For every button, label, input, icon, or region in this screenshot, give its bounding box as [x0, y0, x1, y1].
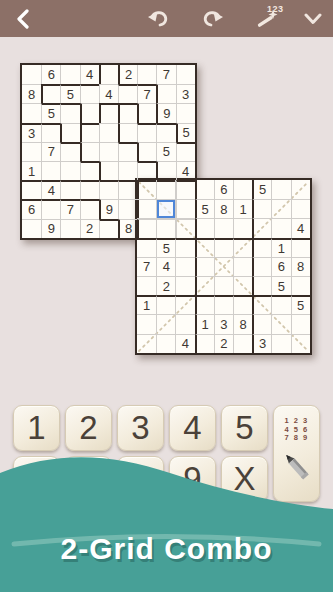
- undo-button[interactable]: [143, 0, 175, 37]
- g1cell-r2c6[interactable]: [118, 84, 137, 103]
- g2cell-r9c2[interactable]: [156, 334, 175, 353]
- g1cell-r2c5[interactable]: 4: [99, 84, 118, 103]
- g2cell-r2c7[interactable]: [252, 199, 271, 218]
- g2cell-r9c7[interactable]: 3: [252, 334, 271, 353]
- g1cell-r6c5[interactable]: [99, 161, 118, 180]
- g2cell-r8c6[interactable]: 8: [233, 314, 252, 333]
- g1cell-r1c5[interactable]: [99, 65, 118, 84]
- g1cell-r1c2[interactable]: 6: [41, 65, 60, 84]
- g2cell-r6c9[interactable]: [291, 276, 310, 295]
- g2cell-r2c6[interactable]: 1: [233, 199, 252, 218]
- g1cell-r2c3[interactable]: 5: [60, 84, 79, 103]
- g2cell-r7c6[interactable]: [233, 295, 252, 314]
- g2cell-r5c2[interactable]: 4: [156, 257, 175, 276]
- g1cell-r6c4[interactable]: [80, 161, 99, 180]
- g2cell-r8c5[interactable]: 3: [214, 314, 233, 333]
- g1cell-r2c8[interactable]: [156, 84, 175, 103]
- g1cell-r4c3[interactable]: [60, 123, 79, 142]
- g1cell-r1c1[interactable]: [22, 65, 41, 84]
- g1cell-r8c6[interactable]: [118, 199, 137, 218]
- g1cell-r3c7[interactable]: [137, 103, 156, 122]
- g1cell-r4c2[interactable]: [41, 123, 60, 142]
- g2cell-r8c9[interactable]: [291, 314, 310, 333]
- g1cell-r6c9[interactable]: 4: [176, 161, 195, 180]
- g2cell-r1c9[interactable]: [291, 180, 310, 199]
- g2cell-r3c7[interactable]: [252, 218, 271, 237]
- g2cell-r6c7[interactable]: [252, 276, 271, 295]
- g2cell-r4c9[interactable]: [291, 238, 310, 257]
- g1cell-r5c5[interactable]: [99, 142, 118, 161]
- g2cell-r9c1[interactable]: [137, 334, 156, 353]
- g1cell-r1c7[interactable]: [137, 65, 156, 84]
- g1cell-r5c8[interactable]: 5: [156, 142, 175, 161]
- g1cell-r7c6[interactable]: [118, 180, 137, 199]
- g1cell-r9c3[interactable]: [60, 219, 79, 238]
- g1cell-r6c7[interactable]: [137, 161, 156, 180]
- g1cell-r5c3[interactable]: [60, 142, 79, 161]
- g2cell-r1c6[interactable]: [233, 180, 252, 199]
- g2cell-r5c7[interactable]: [252, 257, 271, 276]
- g2cell-r3c2[interactable]: [156, 218, 175, 237]
- g2cell-r7c2[interactable]: [156, 295, 175, 314]
- g1cell-r7c3[interactable]: [60, 180, 79, 199]
- g1cell-r7c1[interactable]: [22, 180, 41, 199]
- g2cell-r6c4[interactable]: [195, 276, 214, 295]
- g1cell-r5c2[interactable]: 7: [41, 142, 60, 161]
- undo-icon: [147, 9, 171, 29]
- g2cell-r2c1[interactable]: [137, 199, 156, 218]
- g1cell-r9c1[interactable]: [22, 219, 41, 238]
- g2cell-r2c8[interactable]: [271, 199, 290, 218]
- g1cell-r6c6[interactable]: [118, 161, 137, 180]
- g1cell-r1c9[interactable]: [176, 65, 195, 84]
- g2cell-r4c3[interactable]: [175, 238, 194, 257]
- collapse-button[interactable]: [298, 0, 328, 37]
- g2cell-r7c3[interactable]: [175, 295, 194, 314]
- g2cell-r7c9[interactable]: 5: [291, 295, 310, 314]
- g2cell-r1c4[interactable]: [195, 180, 214, 199]
- g1cell-r2c1[interactable]: 8: [22, 84, 41, 103]
- g2cell-r1c8[interactable]: [271, 180, 290, 199]
- g1cell-r5c7[interactable]: [137, 142, 156, 161]
- g1cell-r6c8[interactable]: [156, 161, 175, 180]
- g2cell-r1c1[interactable]: [137, 180, 156, 199]
- g1cell-r5c9[interactable]: [176, 142, 195, 161]
- digit-key-5[interactable]: 5: [221, 405, 268, 451]
- g1cell-r6c1[interactable]: 1: [22, 161, 41, 180]
- g2cell-r3c8[interactable]: [271, 218, 290, 237]
- x-sudoku-grid: 6558145174682515138423: [135, 178, 312, 355]
- g1cell-r1c6[interactable]: 2: [118, 65, 137, 84]
- g2cell-r3c6[interactable]: [233, 218, 252, 237]
- g1cell-r8c2[interactable]: [41, 199, 60, 218]
- g2cell-r7c7[interactable]: [252, 295, 271, 314]
- g1cell-r4c4[interactable]: [80, 123, 99, 142]
- g2cell-r3c9[interactable]: 4: [291, 218, 310, 237]
- g1cell-r9c5[interactable]: [99, 219, 118, 238]
- g1cell-r4c7[interactable]: [137, 123, 156, 142]
- g1cell-r9c6[interactable]: 8: [118, 219, 137, 238]
- digit-key-4[interactable]: 4: [169, 405, 216, 451]
- g2cell-r5c4[interactable]: [195, 257, 214, 276]
- g2cell-r9c8[interactable]: [271, 334, 290, 353]
- hint-wand-button[interactable]: 123: [243, 0, 291, 37]
- g2cell-r8c7[interactable]: [252, 314, 271, 333]
- g1cell-r3c2[interactable]: 5: [41, 103, 60, 122]
- g2cell-r1c5[interactable]: 6: [214, 180, 233, 199]
- g2cell-r8c4[interactable]: 1: [195, 314, 214, 333]
- g2cell-r6c8[interactable]: 5: [271, 276, 290, 295]
- redo-icon: [200, 9, 224, 29]
- pencil-mini-digits: 1 2 3 4 5 6 7 8 9: [284, 417, 308, 443]
- g1cell-r9c4[interactable]: 2: [80, 219, 99, 238]
- g1cell-r4c8[interactable]: [156, 123, 175, 142]
- teal-wave: [0, 447, 333, 592]
- g2cell-r3c5[interactable]: [214, 218, 233, 237]
- g1cell-r8c3[interactable]: 7: [60, 199, 79, 218]
- g2cell-r5c1[interactable]: 7: [137, 257, 156, 276]
- g1cell-r7c4[interactable]: [80, 180, 99, 199]
- back-button[interactable]: [8, 0, 38, 37]
- app-screen: 123 642785473593575144679928 65581451746…: [0, 0, 333, 592]
- g2cell-r7c5[interactable]: [214, 295, 233, 314]
- g2cell-r5c3[interactable]: [175, 257, 194, 276]
- g1cell-r4c9[interactable]: 5: [176, 123, 195, 142]
- hint-count-badge: 123: [267, 4, 284, 14]
- g2cell-r2c5[interactable]: 8: [214, 199, 233, 218]
- chevron-left-icon: [16, 9, 30, 29]
- chevron-down-icon: [304, 13, 322, 25]
- g2cell-r4c4[interactable]: [195, 238, 214, 257]
- g2cell-r4c7[interactable]: [252, 238, 271, 257]
- g1cell-r1c4[interactable]: 4: [80, 65, 99, 84]
- g1cell-r2c9[interactable]: 3: [176, 84, 195, 103]
- g1cell-r9c2[interactable]: 9: [41, 219, 60, 238]
- g1cell-r2c2[interactable]: [41, 84, 60, 103]
- g2cell-r9c4[interactable]: [195, 334, 214, 353]
- g1cell-r2c4[interactable]: [80, 84, 99, 103]
- digit-key-2[interactable]: 2: [65, 405, 112, 451]
- g2cell-r3c3[interactable]: [175, 218, 194, 237]
- g2cell-r9c3[interactable]: 4: [175, 334, 194, 353]
- g2cell-r4c2[interactable]: 5: [156, 238, 175, 257]
- g2cell-r6c2[interactable]: 2: [156, 276, 175, 295]
- g1cell-r3c9[interactable]: [176, 103, 195, 122]
- g2cell-r7c8[interactable]: [271, 295, 290, 314]
- g2cell-r9c9[interactable]: [291, 334, 310, 353]
- g2cell-r9c6[interactable]: [233, 334, 252, 353]
- g1cell-r3c1[interactable]: [22, 103, 41, 122]
- g2cell-r6c5[interactable]: [214, 276, 233, 295]
- g2cell-r5c8[interactable]: 6: [271, 257, 290, 276]
- g2cell-r2c3[interactable]: [175, 199, 194, 218]
- g2cell-r4c5[interactable]: [214, 238, 233, 257]
- g2cell-r6c3[interactable]: [175, 276, 194, 295]
- g1cell-r6c2[interactable]: [41, 161, 60, 180]
- g2cell-r8c2[interactable]: [156, 314, 175, 333]
- g2cell-r3c1[interactable]: [137, 218, 156, 237]
- g1cell-r4c5[interactable]: [99, 123, 118, 142]
- toolbar: 123: [0, 0, 333, 37]
- g2cell-r5c6[interactable]: [233, 257, 252, 276]
- g2cell-r8c1[interactable]: [137, 314, 156, 333]
- g2cell-r4c6[interactable]: [233, 238, 252, 257]
- g1cell-r3c5[interactable]: [99, 103, 118, 122]
- g2cell-r2c2[interactable]: [156, 199, 175, 218]
- g2cell-r4c1[interactable]: [137, 238, 156, 257]
- digit-key-1[interactable]: 1: [13, 405, 60, 451]
- banner-title: 2-Grid Combo: [0, 532, 333, 566]
- g1cell-r6c3[interactable]: [60, 161, 79, 180]
- g1cell-r7c5[interactable]: [99, 180, 118, 199]
- g1cell-r3c8[interactable]: 9: [156, 103, 175, 122]
- g1cell-r3c4[interactable]: [80, 103, 99, 122]
- g1cell-r7c2[interactable]: 4: [41, 180, 60, 199]
- g1cell-r4c1[interactable]: 3: [22, 123, 41, 142]
- g1cell-r4c6[interactable]: [118, 123, 137, 142]
- g2cell-r1c2[interactable]: [156, 180, 175, 199]
- g2cell-r7c1[interactable]: 1: [137, 295, 156, 314]
- digit-key-3[interactable]: 3: [117, 405, 164, 451]
- g2cell-r3c4[interactable]: [195, 218, 214, 237]
- g2cell-r7c4[interactable]: [195, 295, 214, 314]
- g2cell-r8c3[interactable]: [175, 314, 194, 333]
- g2cell-r2c4[interactable]: 5: [195, 199, 214, 218]
- g1cell-r8c4[interactable]: [80, 199, 99, 218]
- g1cell-r3c6[interactable]: [118, 103, 137, 122]
- g2cell-r1c7[interactable]: 5: [252, 180, 271, 199]
- g1cell-r2c7[interactable]: 7: [137, 84, 156, 103]
- g1cell-r8c5[interactable]: 9: [99, 199, 118, 218]
- g1cell-r5c6[interactable]: [118, 142, 137, 161]
- g2cell-r6c1[interactable]: [137, 276, 156, 295]
- g2cell-r5c9[interactable]: 8: [291, 257, 310, 276]
- g2cell-r8c8[interactable]: [271, 314, 290, 333]
- g2cell-r1c3[interactable]: [175, 180, 194, 199]
- redo-button[interactable]: [196, 0, 228, 37]
- g2cell-r6c6[interactable]: [233, 276, 252, 295]
- g2cell-r5c5[interactable]: [214, 257, 233, 276]
- g1cell-r5c1[interactable]: [22, 142, 41, 161]
- g2cell-r4c8[interactable]: 1: [271, 238, 290, 257]
- g1cell-r1c8[interactable]: 7: [156, 65, 175, 84]
- g1cell-r5c4[interactable]: [80, 142, 99, 161]
- g1cell-r8c1[interactable]: 6: [22, 199, 41, 218]
- g1cell-r3c3[interactable]: [60, 103, 79, 122]
- g1cell-r1c3[interactable]: [60, 65, 79, 84]
- g2cell-r2c9[interactable]: [291, 199, 310, 218]
- g2cell-r9c5[interactable]: 2: [214, 334, 233, 353]
